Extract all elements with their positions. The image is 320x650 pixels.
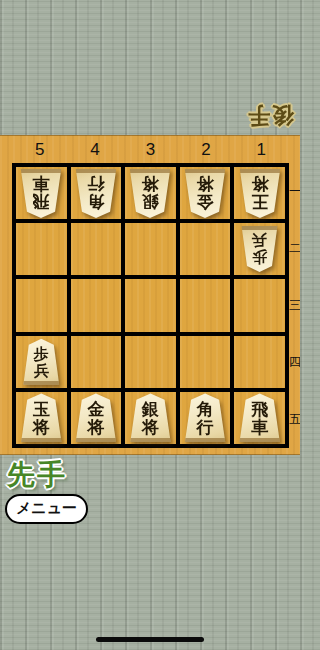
sente-bishop[interactable]: 角行 xyxy=(183,393,227,442)
piece-face: 角行 xyxy=(74,169,118,218)
row-label: 三 xyxy=(289,277,300,334)
gote-pawn[interactable]: 歩兵 xyxy=(240,226,279,272)
gote-bishop[interactable]: 角行 xyxy=(74,169,118,218)
piece-face: 金将 xyxy=(74,393,118,442)
row-labels: 一二三四五 xyxy=(289,163,300,448)
sente-player-label: 先手 xyxy=(7,456,67,494)
piece-kanji: 将 xyxy=(33,418,50,436)
piece-kanji: 歩 xyxy=(34,346,49,363)
piece-face: 玉将 xyxy=(19,393,63,442)
column-label-4: 4 xyxy=(67,137,122,162)
shogi-board: 54321 飛車角行銀将金将王将歩兵歩兵玉将金将銀将角行飛車 一二三四五 xyxy=(0,135,300,455)
board-cell[interactable] xyxy=(180,279,231,331)
gote-silver[interactable]: 銀将 xyxy=(128,169,172,218)
piece-face: 飛車 xyxy=(19,169,63,218)
board-cell[interactable]: 金将 xyxy=(71,392,122,444)
board-cell[interactable]: 銀将 xyxy=(125,392,176,444)
board-cell[interactable]: 飛車 xyxy=(16,167,67,219)
board-cell[interactable]: 角行 xyxy=(71,167,122,219)
piece-face: 角行 xyxy=(183,393,227,442)
piece-kanji: 角 xyxy=(197,400,214,418)
piece-kanji: 銀 xyxy=(142,400,159,418)
board-cell[interactable]: 銀将 xyxy=(125,167,176,219)
board-cell[interactable]: 角行 xyxy=(180,392,231,444)
piece-face: 金将 xyxy=(183,169,227,218)
piece-face: 飛車 xyxy=(238,393,282,442)
gote-player-label: 後手 xyxy=(246,100,294,130)
board-cell[interactable]: 金将 xyxy=(180,167,231,219)
piece-kanji: 行 xyxy=(87,175,104,193)
board-cell[interactable] xyxy=(71,279,122,331)
piece-kanji: 金 xyxy=(87,400,104,418)
gote-king[interactable]: 王将 xyxy=(238,169,282,218)
piece-kanji: 行 xyxy=(197,418,214,436)
piece-kanji: 将 xyxy=(87,418,104,436)
piece-kanji: 飛 xyxy=(33,193,50,211)
piece-kanji: 角 xyxy=(87,193,104,211)
piece-kanji: 将 xyxy=(251,175,268,193)
piece-face: 歩兵 xyxy=(22,339,61,385)
column-label-2: 2 xyxy=(178,137,233,162)
piece-kanji: 兵 xyxy=(34,363,49,380)
piece-face: 銀将 xyxy=(128,169,172,218)
row-label: 二 xyxy=(289,220,300,277)
board-cell[interactable] xyxy=(71,223,122,275)
column-label-5: 5 xyxy=(12,137,67,162)
board-cell[interactable] xyxy=(234,336,285,388)
piece-kanji: 飛 xyxy=(251,400,268,418)
row-label: 一 xyxy=(289,163,300,220)
sente-king[interactable]: 玉将 xyxy=(19,393,63,442)
piece-kanji: 車 xyxy=(33,175,50,193)
piece-kanji: 兵 xyxy=(252,231,267,248)
board-cell[interactable] xyxy=(125,336,176,388)
menu-button[interactable]: メニュー xyxy=(5,494,88,524)
row-label: 五 xyxy=(289,391,300,448)
sente-silver[interactable]: 銀将 xyxy=(128,393,172,442)
piece-kanji: 玉 xyxy=(33,400,50,418)
board-cell[interactable] xyxy=(180,223,231,275)
piece-kanji: 歩 xyxy=(252,248,267,265)
gote-gold[interactable]: 金将 xyxy=(183,169,227,218)
board-cell[interactable]: 王将 xyxy=(234,167,285,219)
board-cell[interactable] xyxy=(71,336,122,388)
board-cell[interactable] xyxy=(125,223,176,275)
board-cell[interactable] xyxy=(234,279,285,331)
gote-rook[interactable]: 飛車 xyxy=(19,169,63,218)
piece-kanji: 銀 xyxy=(142,193,159,211)
board-cell[interactable] xyxy=(16,279,67,331)
piece-kanji: 王 xyxy=(251,193,268,211)
board-cell[interactable]: 歩兵 xyxy=(16,336,67,388)
piece-face: 銀将 xyxy=(128,393,172,442)
piece-kanji: 将 xyxy=(142,175,159,193)
piece-kanji: 金 xyxy=(197,193,214,211)
column-label-1: 1 xyxy=(234,137,289,162)
piece-face: 王将 xyxy=(238,169,282,218)
board-cell[interactable]: 飛車 xyxy=(234,392,285,444)
column-labels: 54321 xyxy=(12,137,289,162)
sente-pawn[interactable]: 歩兵 xyxy=(22,339,61,385)
board-cell[interactable]: 玉将 xyxy=(16,392,67,444)
sente-rook[interactable]: 飛車 xyxy=(238,393,282,442)
row-label: 四 xyxy=(289,334,300,391)
board-cell[interactable] xyxy=(180,336,231,388)
board-cell[interactable] xyxy=(16,223,67,275)
piece-kanji: 将 xyxy=(197,175,214,193)
piece-kanji: 将 xyxy=(142,418,159,436)
board-grid: 飛車角行銀将金将王将歩兵歩兵玉将金将銀将角行飛車 xyxy=(12,163,289,448)
board-cell[interactable]: 歩兵 xyxy=(234,223,285,275)
piece-face: 歩兵 xyxy=(240,226,279,272)
home-indicator xyxy=(96,637,204,642)
piece-kanji: 車 xyxy=(251,418,268,436)
board-cell[interactable] xyxy=(125,279,176,331)
column-label-3: 3 xyxy=(123,137,178,162)
sente-gold[interactable]: 金将 xyxy=(74,393,118,442)
